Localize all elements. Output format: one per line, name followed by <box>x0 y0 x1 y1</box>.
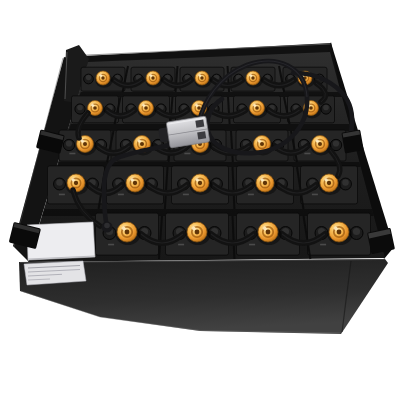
cap-glint <box>138 139 141 142</box>
cap-glint <box>91 104 94 107</box>
spec-label <box>24 261 86 285</box>
cap-glint <box>261 178 264 181</box>
cap-center <box>140 142 144 146</box>
cell-mark <box>249 244 255 246</box>
terminal-post-top <box>353 228 360 235</box>
battery-scene <box>0 0 400 400</box>
connector-contact-slot <box>195 119 204 127</box>
cell-mark <box>248 194 254 196</box>
cap-center <box>200 76 203 79</box>
cell-mark <box>118 194 124 196</box>
cap-center <box>125 230 130 235</box>
cap-center <box>197 106 201 110</box>
cell-mark <box>312 194 318 196</box>
cap-center <box>266 230 271 235</box>
cell-mark <box>304 153 310 155</box>
cap-center <box>255 106 259 110</box>
cap-glint <box>142 104 145 107</box>
cell-mark <box>178 244 184 246</box>
terminal-post-top <box>56 179 63 186</box>
cap-glint <box>131 178 134 181</box>
cap-center <box>74 181 78 185</box>
cap-glint <box>122 227 126 231</box>
cap-center <box>337 230 342 235</box>
battery-product-photo <box>0 0 400 400</box>
cap-glint <box>81 139 84 142</box>
cap-glint <box>325 178 328 181</box>
terminal-post-top <box>86 75 91 80</box>
cell-mark <box>59 194 65 196</box>
cap-center <box>260 142 264 146</box>
cap-glint <box>316 139 319 142</box>
terminal-post-top <box>342 179 349 186</box>
terminal-post-top <box>77 105 83 111</box>
terminal-post-top <box>66 140 72 146</box>
cap-center <box>198 181 202 185</box>
cap-center <box>318 142 322 146</box>
cap-center <box>327 181 331 185</box>
cap-center <box>251 76 254 79</box>
cap-center <box>101 76 104 79</box>
terminal-post-top <box>333 140 339 146</box>
cap-glint <box>199 74 202 77</box>
cap-glint <box>150 74 153 77</box>
cap-glint <box>250 74 253 77</box>
cap-center <box>151 76 154 79</box>
terminal-post-top <box>323 105 329 111</box>
cap-glint <box>253 104 256 107</box>
cell-mark <box>69 153 75 155</box>
cap-center <box>309 106 313 110</box>
connector-contact-slot <box>197 131 206 139</box>
cap-center <box>133 181 137 185</box>
cell-mark <box>108 244 114 246</box>
main-terminal-top <box>104 223 110 229</box>
spec-label-body <box>24 261 86 285</box>
cell-mark <box>183 194 189 196</box>
cap-center <box>144 106 148 110</box>
cap-glint <box>192 227 196 231</box>
cell-mark <box>184 153 190 155</box>
cap-glint <box>196 178 199 181</box>
cap-glint <box>258 139 261 142</box>
cap-center <box>83 142 87 146</box>
cell-mark <box>320 244 326 246</box>
cap-center <box>263 181 267 185</box>
cap-glint <box>195 104 198 107</box>
cap-glint <box>334 227 338 231</box>
cap-center <box>93 106 97 110</box>
cap-glint <box>72 178 75 181</box>
cap-glint <box>100 74 103 77</box>
cap-glint <box>263 227 267 231</box>
cap-center <box>195 230 200 235</box>
